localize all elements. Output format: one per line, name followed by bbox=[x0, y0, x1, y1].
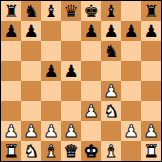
square-a4[interactable] bbox=[1, 81, 21, 101]
square-e5[interactable] bbox=[81, 61, 101, 81]
square-c5[interactable]: ♟ bbox=[41, 61, 61, 81]
piece-black-king: ♚ bbox=[83, 1, 98, 21]
square-c8[interactable]: ♝ bbox=[41, 1, 61, 21]
square-a7[interactable]: ♟ bbox=[1, 21, 21, 41]
square-f7[interactable]: ♟ bbox=[101, 21, 121, 41]
square-g3[interactable] bbox=[121, 101, 141, 121]
square-d4[interactable] bbox=[61, 81, 81, 101]
piece-black-pawn: ♟ bbox=[103, 21, 118, 41]
piece-black-rook: ♜ bbox=[143, 1, 158, 21]
square-f5[interactable] bbox=[101, 61, 121, 81]
piece-white-rook: ♜ bbox=[143, 141, 158, 161]
piece-white-pawn: ♟ bbox=[63, 121, 78, 141]
square-b1[interactable]: ♞ bbox=[21, 141, 41, 161]
square-h7[interactable]: ♟ bbox=[141, 21, 161, 41]
piece-black-pawn: ♟ bbox=[83, 21, 98, 41]
square-f4[interactable]: ♟ bbox=[101, 81, 121, 101]
square-f2[interactable] bbox=[101, 121, 121, 141]
square-a2[interactable]: ♟ bbox=[1, 121, 21, 141]
square-a6[interactable] bbox=[1, 41, 21, 61]
piece-black-pawn: ♟ bbox=[43, 61, 58, 81]
square-b7[interactable]: ♟ bbox=[21, 21, 41, 41]
square-f1[interactable]: ♝ bbox=[101, 141, 121, 161]
square-g2[interactable]: ♟ bbox=[121, 121, 141, 141]
square-c7[interactable] bbox=[41, 21, 61, 41]
piece-white-rook: ♜ bbox=[3, 141, 18, 161]
square-a5[interactable] bbox=[1, 61, 21, 81]
square-d2[interactable]: ♟ bbox=[61, 121, 81, 141]
square-e6[interactable] bbox=[81, 41, 101, 61]
square-a8[interactable]: ♜ bbox=[1, 1, 21, 21]
square-h4[interactable] bbox=[141, 81, 161, 101]
square-f3[interactable]: ♞ bbox=[101, 101, 121, 121]
piece-black-bishop: ♝ bbox=[43, 1, 58, 21]
square-d3[interactable] bbox=[61, 101, 81, 121]
square-h2[interactable]: ♟ bbox=[141, 121, 161, 141]
square-g1[interactable] bbox=[121, 141, 141, 161]
square-d1[interactable]: ♛ bbox=[61, 141, 81, 161]
piece-white-knight: ♞ bbox=[103, 101, 118, 121]
square-d7[interactable] bbox=[61, 21, 81, 41]
square-h3[interactable] bbox=[141, 101, 161, 121]
square-e3[interactable]: ♟ bbox=[81, 101, 101, 121]
piece-white-pawn: ♟ bbox=[123, 121, 138, 141]
square-h6[interactable] bbox=[141, 41, 161, 61]
square-h5[interactable] bbox=[141, 61, 161, 81]
piece-white-knight: ♞ bbox=[23, 141, 38, 161]
square-e7[interactable]: ♟ bbox=[81, 21, 101, 41]
piece-white-queen: ♛ bbox=[63, 141, 78, 161]
square-h1[interactable]: ♜ bbox=[141, 141, 161, 161]
square-e1[interactable]: ♚ bbox=[81, 141, 101, 161]
square-c2[interactable]: ♟ bbox=[41, 121, 61, 141]
piece-white-bishop: ♝ bbox=[103, 141, 118, 161]
square-g6[interactable] bbox=[121, 41, 141, 61]
square-a1[interactable]: ♜ bbox=[1, 141, 21, 161]
square-e8[interactable]: ♚ bbox=[81, 1, 101, 21]
square-d8[interactable]: ♛ bbox=[61, 1, 81, 21]
piece-black-bishop: ♝ bbox=[103, 1, 118, 21]
piece-black-knight: ♞ bbox=[23, 1, 38, 21]
square-d6[interactable] bbox=[61, 41, 81, 61]
piece-black-pawn: ♟ bbox=[123, 21, 138, 41]
piece-white-pawn: ♟ bbox=[143, 121, 158, 141]
square-c4[interactable] bbox=[41, 81, 61, 101]
square-a3[interactable] bbox=[1, 101, 21, 121]
square-f6[interactable]: ♞ bbox=[101, 41, 121, 61]
square-b6[interactable] bbox=[21, 41, 41, 61]
piece-white-pawn: ♟ bbox=[43, 121, 58, 141]
square-b4[interactable] bbox=[21, 81, 41, 101]
square-e4[interactable] bbox=[81, 81, 101, 101]
square-c1[interactable]: ♝ bbox=[41, 141, 61, 161]
square-g8[interactable] bbox=[121, 1, 141, 21]
square-g7[interactable]: ♟ bbox=[121, 21, 141, 41]
square-b8[interactable]: ♞ bbox=[21, 1, 41, 21]
square-c6[interactable] bbox=[41, 41, 61, 61]
piece-white-king: ♚ bbox=[83, 141, 98, 161]
piece-black-pawn: ♟ bbox=[143, 21, 158, 41]
piece-white-pawn: ♟ bbox=[103, 81, 118, 101]
square-h8[interactable]: ♜ bbox=[141, 1, 161, 21]
square-b5[interactable] bbox=[21, 61, 41, 81]
piece-white-bishop: ♝ bbox=[43, 141, 58, 161]
square-e2[interactable] bbox=[81, 121, 101, 141]
square-b3[interactable] bbox=[21, 101, 41, 121]
square-g5[interactable] bbox=[121, 61, 141, 81]
piece-black-pawn: ♟ bbox=[23, 21, 38, 41]
square-c3[interactable] bbox=[41, 101, 61, 121]
piece-black-rook: ♜ bbox=[3, 1, 18, 21]
piece-white-pawn: ♟ bbox=[23, 121, 38, 141]
piece-black-knight: ♞ bbox=[103, 41, 118, 61]
square-f8[interactable]: ♝ bbox=[101, 1, 121, 21]
square-d5[interactable]: ♟ bbox=[61, 61, 81, 81]
square-b2[interactable]: ♟ bbox=[21, 121, 41, 141]
piece-black-pawn: ♟ bbox=[3, 21, 18, 41]
piece-black-pawn: ♟ bbox=[63, 61, 78, 81]
piece-white-pawn: ♟ bbox=[3, 121, 18, 141]
chess-board: ♜♞♝♛♚♝♜♟♟♟♟♟♟♞♟♟♟♟♞♟♟♟♟♟♟♜♞♝♛♚♝♜ bbox=[0, 0, 162, 162]
piece-black-queen: ♛ bbox=[63, 1, 78, 21]
piece-white-pawn: ♟ bbox=[83, 101, 98, 121]
square-g4[interactable] bbox=[121, 81, 141, 101]
